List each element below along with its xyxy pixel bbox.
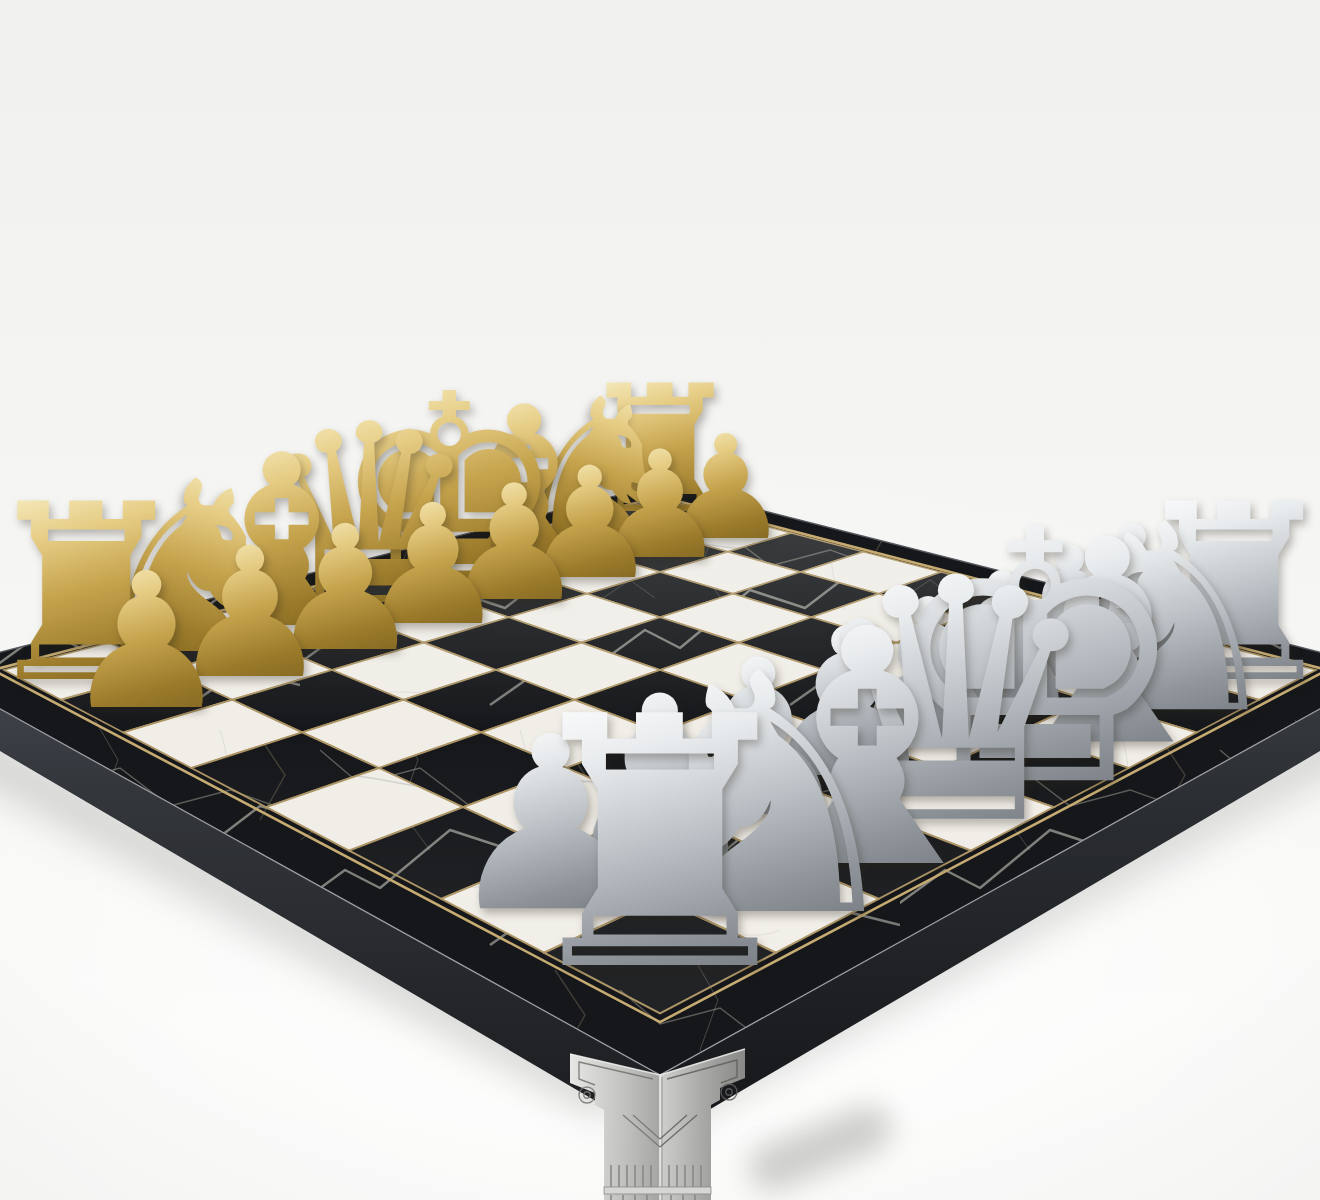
marble-sheen [4,499,1316,1014]
volute-left-icon [584,1092,590,1098]
board-squares [4,499,1316,1014]
volute-right-icon [726,1089,732,1095]
leg-foot-band [604,1187,711,1194]
volute-right-icon [721,1084,737,1100]
chess-board [0,0,1320,1200]
photo: ♜♟♞♟♝♟♚♟♛♟♝♟♟♞♜♟♟♜♞♟♟♝♟♚♟♛♟♝♟♞♟♜ [0,0,1320,1200]
corner-leg [559,1037,759,1200]
